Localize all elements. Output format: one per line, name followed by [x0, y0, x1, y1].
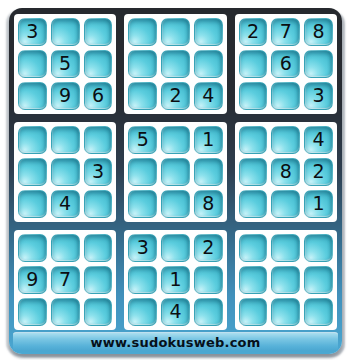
- cell-value: 5: [59, 54, 71, 73]
- cell-r8c1[interactable]: 9: [18, 266, 47, 294]
- cell-r4c8[interactable]: [271, 126, 300, 154]
- cell-r9c7[interactable]: [239, 298, 268, 326]
- cell-r7c8[interactable]: [271, 234, 300, 262]
- cell-r9c8[interactable]: [271, 298, 300, 326]
- cell-r7c5[interactable]: [161, 234, 190, 262]
- cell-r2c5[interactable]: [161, 50, 190, 78]
- cell-value: 4: [59, 194, 71, 213]
- cell-value: 4: [313, 130, 325, 149]
- cell-r9c6[interactable]: [194, 298, 223, 326]
- cell-r6c6[interactable]: 8: [194, 190, 223, 218]
- block-2-3: 4821: [235, 122, 337, 222]
- cell-r6c7[interactable]: [239, 190, 268, 218]
- cell-r5c4[interactable]: [128, 158, 157, 186]
- cell-r9c1[interactable]: [18, 298, 47, 326]
- cell-r8c8[interactable]: [271, 266, 300, 294]
- cell-value: 9: [26, 270, 38, 289]
- cell-r7c3[interactable]: [84, 234, 113, 262]
- cell-r7c1[interactable]: [18, 234, 47, 262]
- cell-r3c4[interactable]: [128, 82, 157, 110]
- cell-r1c2[interactable]: [51, 18, 80, 46]
- cell-r3c1[interactable]: [18, 82, 47, 110]
- cell-r4c9[interactable]: 4: [304, 126, 333, 154]
- cell-r7c9[interactable]: [304, 234, 333, 262]
- cell-r1c9[interactable]: 8: [304, 18, 333, 46]
- cell-r9c2[interactable]: [51, 298, 80, 326]
- cell-value: 8: [313, 22, 325, 41]
- cell-r7c6[interactable]: 2: [194, 234, 223, 262]
- cell-r9c9[interactable]: [304, 298, 333, 326]
- cell-r5c6[interactable]: [194, 158, 223, 186]
- cell-r4c5[interactable]: [161, 126, 190, 154]
- site-url: www.sudokusweb.com: [91, 335, 261, 350]
- cell-r4c4[interactable]: 5: [128, 126, 157, 154]
- cell-r4c1[interactable]: [18, 126, 47, 154]
- cell-r1c3[interactable]: [84, 18, 113, 46]
- cell-r5c3[interactable]: 3: [84, 158, 113, 186]
- cell-r3c2[interactable]: 9: [51, 82, 80, 110]
- cell-r1c1[interactable]: 3: [18, 18, 47, 46]
- block-2-1: 34: [14, 122, 116, 222]
- cell-r4c7[interactable]: [239, 126, 268, 154]
- cell-r8c4[interactable]: [128, 266, 157, 294]
- cell-value: 3: [92, 162, 104, 181]
- cell-r4c3[interactable]: [84, 126, 113, 154]
- block-1-1: 3596: [14, 14, 116, 114]
- cell-r6c2[interactable]: 4: [51, 190, 80, 218]
- footer-band: www.sudokusweb.com: [13, 332, 338, 351]
- sudoku-board: 35962427863345184821973214: [14, 14, 337, 330]
- cell-value: 7: [59, 270, 71, 289]
- cell-r6c5[interactable]: [161, 190, 190, 218]
- cell-r2c1[interactable]: [18, 50, 47, 78]
- cell-value: 4: [202, 86, 214, 105]
- cell-r3c9[interactable]: 3: [304, 82, 333, 110]
- cell-value: 2: [202, 238, 214, 257]
- cell-value: 3: [26, 22, 38, 41]
- block-1-3: 27863: [235, 14, 337, 114]
- cell-value: 8: [280, 162, 292, 181]
- cell-value: 5: [137, 130, 149, 149]
- cell-r7c2[interactable]: [51, 234, 80, 262]
- cell-r2c7[interactable]: [239, 50, 268, 78]
- cell-r8c2[interactable]: 7: [51, 266, 80, 294]
- cell-r5c5[interactable]: [161, 158, 190, 186]
- cell-value: 4: [169, 302, 181, 321]
- cell-value: 9: [59, 86, 71, 105]
- cell-r8c9[interactable]: [304, 266, 333, 294]
- cell-value: 1: [169, 270, 181, 289]
- cell-value: 3: [137, 238, 149, 257]
- cell-r8c6[interactable]: [194, 266, 223, 294]
- cell-value: 8: [202, 194, 214, 213]
- cell-r3c8[interactable]: [271, 82, 300, 110]
- cell-r3c7[interactable]: [239, 82, 268, 110]
- cell-r4c2[interactable]: [51, 126, 80, 154]
- cell-r4c6[interactable]: 1: [194, 126, 223, 154]
- cell-r9c3[interactable]: [84, 298, 113, 326]
- block-2-2: 518: [124, 122, 226, 222]
- cell-r1c5[interactable]: [161, 18, 190, 46]
- sudoku-frame: 35962427863345184821973214 www.sudokuswe…: [9, 8, 342, 354]
- cell-r7c7[interactable]: [239, 234, 268, 262]
- cell-r9c4[interactable]: [128, 298, 157, 326]
- cell-value: 7: [280, 22, 292, 41]
- cell-r5c2[interactable]: [51, 158, 80, 186]
- cell-r6c1[interactable]: [18, 190, 47, 218]
- cell-r8c3[interactable]: [84, 266, 113, 294]
- cell-r5c9[interactable]: 2: [304, 158, 333, 186]
- cell-r2c3[interactable]: [84, 50, 113, 78]
- cell-r2c8[interactable]: 6: [271, 50, 300, 78]
- cell-r3c5[interactable]: 2: [161, 82, 190, 110]
- cell-value: 6: [280, 54, 292, 73]
- cell-r2c4[interactable]: [128, 50, 157, 78]
- cell-r1c7[interactable]: 2: [239, 18, 268, 46]
- block-3-1: 97: [14, 230, 116, 330]
- cell-r1c6[interactable]: [194, 18, 223, 46]
- cell-value: 1: [313, 194, 325, 213]
- cell-value: 2: [169, 86, 181, 105]
- cell-r8c7[interactable]: [239, 266, 268, 294]
- cell-r2c6[interactable]: [194, 50, 223, 78]
- block-3-2: 3214: [124, 230, 226, 330]
- cell-r5c8[interactable]: 8: [271, 158, 300, 186]
- cell-r6c3[interactable]: [84, 190, 113, 218]
- cell-r7c4[interactable]: 3: [128, 234, 157, 262]
- cell-r9c5[interactable]: 4: [161, 298, 190, 326]
- cell-value: 2: [247, 22, 259, 41]
- cell-r1c4[interactable]: [128, 18, 157, 46]
- cell-r3c3[interactable]: 6: [84, 82, 113, 110]
- cell-r2c9[interactable]: [304, 50, 333, 78]
- cell-r6c9[interactable]: 1: [304, 190, 333, 218]
- cell-r3c6[interactable]: 4: [194, 82, 223, 110]
- cell-value: 2: [313, 162, 325, 181]
- block-1-2: 24: [124, 14, 226, 114]
- cell-r1c8[interactable]: 7: [271, 18, 300, 46]
- cell-r5c7[interactable]: [239, 158, 268, 186]
- cell-r8c5[interactable]: 1: [161, 266, 190, 294]
- cell-r5c1[interactable]: [18, 158, 47, 186]
- cell-r6c8[interactable]: [271, 190, 300, 218]
- cell-r6c4[interactable]: [128, 190, 157, 218]
- block-3-3: [235, 230, 337, 330]
- cell-r2c2[interactable]: 5: [51, 50, 80, 78]
- cell-value: 6: [92, 86, 104, 105]
- cell-value: 3: [313, 86, 325, 105]
- cell-value: 1: [202, 130, 214, 149]
